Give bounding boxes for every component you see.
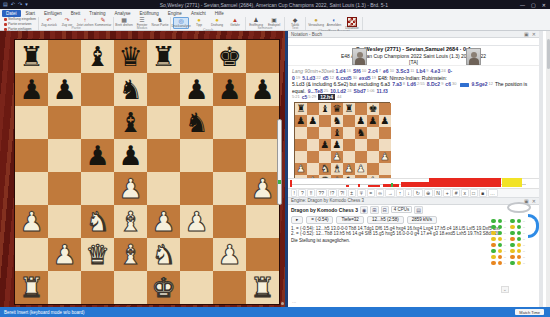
black-pawn-piece[interactable]: ♟ bbox=[52, 73, 76, 106]
black-rook-piece[interactable]: ♜ bbox=[151, 40, 175, 73]
move[interactable]: 7.a3 bbox=[392, 81, 402, 87]
notation-line: 5.Ld3 (& including 6.Se2) but excluding … bbox=[292, 81, 535, 94]
annotation-symbol-button[interactable]: !? bbox=[328, 189, 337, 197]
square-h7[interactable]: ♟ bbox=[246, 73, 279, 106]
ribbon-item[interactable]: Stellung eingeben bbox=[4, 17, 36, 21]
black-bishop-piece[interactable]: ♝ bbox=[321, 103, 330, 115]
square-b2[interactable]: ♟ bbox=[48, 238, 81, 271]
black-knight-piece[interactable]: ♞ bbox=[333, 115, 342, 127]
square-g7[interactable]: ♟ bbox=[367, 115, 379, 127]
white-pawn-piece[interactable]: ♟ bbox=[357, 163, 366, 175]
square-a2[interactable] bbox=[15, 238, 48, 271]
square-e7[interactable] bbox=[147, 73, 180, 106]
square-e5[interactable] bbox=[147, 139, 180, 172]
black-knight-piece[interactable]: ♞ bbox=[357, 127, 366, 139]
annotation-symbol-button[interactable]: ⊕ bbox=[424, 189, 433, 197]
close-icon[interactable]: ✕ bbox=[542, 2, 546, 8]
white-pawn-piece[interactable]: ♟ bbox=[151, 205, 175, 238]
ribbon-button[interactable]: ●Verwaltung bbox=[308, 17, 324, 27]
white-bishop-piece[interactable]: ♝ bbox=[118, 205, 142, 238]
square-e2[interactable]: ♞ bbox=[147, 238, 180, 271]
move[interactable]: c6 bbox=[445, 81, 451, 87]
candidate-row: –– bbox=[491, 237, 525, 242]
black-rook-piece[interactable]: ♜ bbox=[19, 40, 43, 73]
ribbon-tab-datei[interactable]: Datei bbox=[2, 10, 21, 17]
ribbon-button[interactable]: ▦Brett drehen bbox=[116, 17, 132, 27]
engine-button[interactable]: Tiefe=32 bbox=[336, 216, 363, 224]
move[interactable]: exd5 bbox=[359, 75, 370, 81]
square-d6[interactable]: ♝ bbox=[114, 106, 147, 139]
annotation-symbol-button[interactable]: ↓ bbox=[405, 189, 413, 197]
black-king-piece[interactable]: ♚ bbox=[217, 40, 241, 73]
notation-body[interactable]: Lang 90min+30sek1.d416Sf6102.c47e6103.Sc… bbox=[288, 66, 539, 178]
white-knight-piece[interactable]: ♞ bbox=[85, 205, 109, 238]
square-e4[interactable] bbox=[343, 151, 355, 163]
annotation-symbol-button[interactable]: ■ bbox=[479, 189, 487, 197]
ribbon-button[interactable]: ●Tipp bbox=[191, 17, 207, 27]
white-rook-piece[interactable]: ♜ bbox=[250, 271, 274, 304]
engine-line-2[interactable]: 2. = (-0.52): 12...Tb8 13.h5 h6 14.g4 Sf… bbox=[291, 231, 500, 237]
black-pawn-piece[interactable]: ♟ bbox=[357, 115, 366, 127]
square-c4[interactable] bbox=[319, 151, 331, 163]
ribbon-group: ♟Eröffnung▣EndspielSeminare bbox=[246, 17, 285, 30]
annotation-symbol-button[interactable]: ?! bbox=[338, 189, 347, 197]
white-queen-piece[interactable]: ♛ bbox=[85, 238, 109, 271]
annotation-symbol-button[interactable]: = bbox=[367, 189, 375, 197]
ribbon-item-icon bbox=[4, 18, 7, 21]
engine-close-icon[interactable]: ✕ bbox=[532, 198, 536, 204]
move[interactable]: Ld6 bbox=[407, 81, 416, 87]
move[interactable]: Lb4 bbox=[416, 68, 425, 74]
move[interactable]: 1.d4 bbox=[335, 68, 345, 74]
square-h8[interactable] bbox=[379, 103, 391, 115]
square-d6[interactable]: ♝ bbox=[331, 127, 343, 139]
square-d3[interactable]: ♝ bbox=[114, 205, 147, 238]
white-pawn-piece[interactable]: ♟ bbox=[19, 205, 43, 238]
square-f5[interactable] bbox=[355, 139, 367, 151]
engine-button[interactable]: = (-0.54) bbox=[306, 216, 333, 224]
black-knight-piece[interactable]: ♞ bbox=[118, 73, 142, 106]
square-c1[interactable] bbox=[81, 271, 114, 304]
square-a5[interactable] bbox=[295, 139, 307, 151]
black-bishop-piece[interactable]: ♝ bbox=[85, 40, 109, 73]
chess-board[interactable]: ♜♝♛♜♚♟♟♞♟♟♟♝♞♟♟♟♟♟♞♝♟♟♟♛♝♞♟♜♚♜ bbox=[14, 39, 280, 305]
panel-menu-icon[interactable]: ▣ bbox=[524, 31, 529, 37]
square-d4[interactable]: ♟ bbox=[331, 151, 343, 163]
engine-comment: Die Stellung ist ausgeglichen. bbox=[291, 238, 500, 244]
square-d3[interactable]: ♝ bbox=[331, 163, 343, 175]
square-b8[interactable] bbox=[48, 40, 81, 73]
square-b6[interactable] bbox=[307, 127, 319, 139]
annotation-symbol-button[interactable]: + bbox=[443, 189, 451, 197]
square-d1[interactable] bbox=[114, 271, 147, 304]
square-f7[interactable]: ♟ bbox=[355, 115, 367, 127]
square-e5[interactable] bbox=[343, 139, 355, 151]
resize-handle[interactable] bbox=[281, 302, 284, 305]
square-d4[interactable]: ♟ bbox=[114, 172, 147, 205]
square-h5[interactable] bbox=[246, 139, 279, 172]
annotation-symbol-button[interactable]: ↻ bbox=[413, 189, 422, 197]
square-h3[interactable] bbox=[246, 205, 279, 238]
window-title: So,Wesley (2771) - Sevian,Samuel (2684),… bbox=[28, 2, 520, 8]
square-c2[interactable]: ♛ bbox=[81, 238, 114, 271]
ribbon-tab-engine[interactable]: Engine bbox=[164, 10, 186, 17]
square-a7[interactable]: ♟ bbox=[295, 115, 307, 127]
lock-icon[interactable]: ▤ bbox=[414, 206, 423, 214]
square-g2[interactable]: ♟ bbox=[213, 238, 246, 271]
white-bishop-piece[interactable]: ♝ bbox=[118, 238, 142, 271]
eval-dot bbox=[510, 249, 515, 254]
eval-dot bbox=[517, 243, 522, 248]
annotation-symbol-button[interactable]: ↑ bbox=[396, 189, 404, 197]
move[interactable]: d5 bbox=[323, 75, 329, 81]
square-a7[interactable]: ♟ bbox=[15, 73, 48, 106]
black-pawn-piece[interactable]: ♟ bbox=[19, 73, 43, 106]
square-b4[interactable] bbox=[307, 151, 319, 163]
move[interactable]: 9.Sge2 bbox=[471, 81, 487, 87]
black-pawn-piece[interactable]: ♟ bbox=[369, 115, 378, 127]
ribbon-button[interactable]: ▲Gefahr bbox=[227, 17, 243, 27]
annotation-symbol-button[interactable]: ± bbox=[348, 189, 356, 197]
square-a5[interactable] bbox=[15, 139, 48, 172]
square-f7[interactable]: ♟ bbox=[180, 73, 213, 106]
black-pawn-piece[interactable]: ♟ bbox=[184, 73, 208, 106]
white-knight-piece[interactable]: ♞ bbox=[151, 238, 175, 271]
square-f5[interactable] bbox=[180, 139, 213, 172]
square-c6[interactable] bbox=[81, 106, 114, 139]
square-b6[interactable] bbox=[48, 106, 81, 139]
square-g3[interactable] bbox=[213, 205, 246, 238]
square-b8[interactable] bbox=[307, 103, 319, 115]
square-d5[interactable]: ♟ bbox=[331, 139, 343, 151]
move[interactable]: 8.Dc2 bbox=[427, 81, 440, 87]
square-d8[interactable]: ♛ bbox=[331, 103, 343, 115]
ribbon-tab-start[interactable]: Start bbox=[22, 10, 40, 17]
zoom-in-icon[interactable]: ⊞ bbox=[370, 206, 378, 214]
ribbon-tab-eröffnung[interactable]: Eröffnung bbox=[135, 10, 162, 17]
white-bishop-piece[interactable]: ♝ bbox=[333, 163, 342, 175]
quick-access-icon[interactable]: ↶ bbox=[11, 0, 15, 9]
white-pawn-piece[interactable]: ♟ bbox=[381, 151, 390, 163]
square-b4[interactable] bbox=[48, 172, 81, 205]
square-c3[interactable]: ♞ bbox=[319, 163, 331, 175]
move[interactable]: c5 bbox=[302, 94, 308, 100]
annotation-symbol-button[interactable]: # bbox=[452, 189, 460, 197]
ribbon-tab-analyse[interactable]: Analyse bbox=[110, 10, 134, 17]
square-h2[interactable] bbox=[246, 238, 279, 271]
square-c7[interactable] bbox=[319, 115, 331, 127]
engine-button[interactable]: ▸ bbox=[291, 216, 303, 224]
black-knight-piece[interactable]: ♞ bbox=[184, 106, 208, 139]
square-b3[interactable] bbox=[48, 205, 81, 238]
move[interactable]: Sbd7 bbox=[354, 88, 366, 94]
square-a1[interactable]: ♜ bbox=[15, 271, 48, 304]
black-rook-piece[interactable]: ♜ bbox=[345, 103, 354, 115]
eval-dot bbox=[498, 261, 503, 266]
square-f3[interactable]: ♟ bbox=[180, 205, 213, 238]
move-time: 24 bbox=[441, 68, 445, 73]
candidate-row: –– bbox=[491, 255, 525, 260]
square-a3[interactable]: ♟ bbox=[15, 205, 48, 238]
black-rook-piece[interactable]: ♜ bbox=[297, 103, 306, 115]
engine-name: Dragon by Komodo Chess 3 bbox=[291, 207, 358, 213]
square-h6[interactable] bbox=[379, 127, 391, 139]
square-f8[interactable] bbox=[180, 40, 213, 73]
white-king-piece[interactable]: ♚ bbox=[151, 271, 175, 304]
eval-dot bbox=[517, 249, 522, 254]
square-f4[interactable] bbox=[180, 172, 213, 205]
eval-dot bbox=[498, 255, 503, 260]
ribbon-tab-einfügen[interactable]: Einfügen bbox=[40, 10, 66, 17]
eval-bar-segment bbox=[290, 180, 292, 187]
white-pawn-piece[interactable]: ♟ bbox=[333, 151, 342, 163]
black-pawn-piece[interactable]: ♟ bbox=[309, 115, 318, 127]
square-d7[interactable]: ♞ bbox=[114, 73, 147, 106]
scrollbar-thumb[interactable] bbox=[547, 39, 550, 69]
square-e3[interactable]: ♟ bbox=[147, 205, 180, 238]
annotation-symbol-button[interactable]: → bbox=[385, 189, 395, 197]
black-pawn-piece[interactable]: ♟ bbox=[297, 115, 306, 127]
square-h8[interactable] bbox=[246, 40, 279, 73]
minimize-icon[interactable]: — bbox=[520, 2, 525, 8]
application-window: ▤↶↷▾ So,Wesley (2771) - Sevian,Samuel (2… bbox=[0, 0, 550, 317]
engine-more: ... bbox=[292, 298, 296, 304]
annotation-symbol-button[interactable]: ∓ bbox=[357, 189, 366, 197]
move[interactable]: Sf6 bbox=[353, 68, 361, 74]
move-time: 9 bbox=[441, 81, 443, 86]
square-d8[interactable]: ♛ bbox=[114, 40, 147, 73]
square-c8[interactable]: ♝ bbox=[81, 40, 114, 73]
square-e8[interactable]: ♜ bbox=[343, 103, 355, 115]
square-h7[interactable]: ♟ bbox=[379, 115, 391, 127]
eval-dot bbox=[491, 219, 496, 224]
square-d7[interactable]: ♞ bbox=[331, 115, 343, 127]
square-c3[interactable]: ♞ bbox=[81, 205, 114, 238]
square-g8[interactable]: ♚ bbox=[367, 103, 379, 115]
square-e6[interactable] bbox=[147, 106, 180, 139]
ribbon-tab-hilfe[interactable]: Hilfe bbox=[211, 10, 228, 17]
annotation-symbol-button[interactable]: ?? bbox=[316, 189, 327, 197]
annotation-symbol-button[interactable]: N bbox=[434, 189, 443, 197]
square-g6[interactable] bbox=[213, 106, 246, 139]
square-e8[interactable]: ♜ bbox=[147, 40, 180, 73]
move-time: 11 bbox=[410, 68, 414, 73]
square-g4[interactable] bbox=[213, 172, 246, 205]
square-g1[interactable] bbox=[213, 271, 246, 304]
vertical-scrollbar[interactable] bbox=[546, 31, 550, 307]
engine-settings-icon[interactable]: ◉ bbox=[360, 206, 368, 214]
ribbon-button[interactable]: ●Drohung bbox=[209, 17, 225, 27]
square-g4[interactable] bbox=[367, 151, 379, 163]
square-c7[interactable] bbox=[81, 73, 114, 106]
annotation-symbol-button[interactable]: □ bbox=[470, 189, 478, 197]
square-h4[interactable]: ♟ bbox=[246, 172, 279, 205]
square-c4[interactable] bbox=[81, 172, 114, 205]
eval-dot bbox=[510, 225, 515, 230]
square-f4[interactable] bbox=[355, 151, 367, 163]
white-pawn-piece[interactable]: ♟ bbox=[250, 172, 274, 205]
move[interactable]: 4.e3 bbox=[430, 68, 440, 74]
square-c5[interactable]: ♟ bbox=[319, 139, 331, 151]
ribbon-item[interactable]: Partie ersetzen bbox=[4, 22, 36, 26]
annotation-symbol-button[interactable]: ! bbox=[291, 189, 297, 197]
ribbon-tab-ansicht[interactable]: Ansicht bbox=[187, 10, 210, 17]
ribbon-button[interactable]: ◎Druckanalyse bbox=[173, 17, 189, 29]
white-pawn-piece[interactable]: ♟ bbox=[52, 238, 76, 271]
white-knight-piece[interactable]: ♞ bbox=[321, 163, 330, 175]
engine-gauge bbox=[507, 202, 531, 213]
square-h6[interactable] bbox=[246, 106, 279, 139]
move-time: 10 bbox=[362, 68, 366, 73]
eval-dot bbox=[491, 231, 496, 236]
square-g3[interactable] bbox=[367, 163, 379, 175]
square-e7[interactable] bbox=[343, 115, 355, 127]
eval-dot bbox=[491, 225, 496, 230]
eval-dot bbox=[498, 237, 503, 242]
annotator-line: [TA] bbox=[288, 59, 539, 65]
square-b5[interactable] bbox=[48, 139, 81, 172]
quick-access-icon[interactable]: ↷ bbox=[18, 0, 22, 9]
scroll-down-icon[interactable]: ⌄ bbox=[501, 286, 509, 293]
square-h5[interactable] bbox=[379, 139, 391, 151]
square-b3[interactable] bbox=[307, 163, 319, 175]
black-pawn-piece[interactable]: ♟ bbox=[381, 115, 390, 127]
annotation-symbol-button[interactable]: !! bbox=[307, 189, 315, 197]
square-b5[interactable] bbox=[307, 139, 319, 151]
move[interactable]: 9...Te8 bbox=[308, 88, 323, 94]
square-d2[interactable]: ♝ bbox=[114, 238, 147, 271]
move[interactable]: e6 bbox=[383, 68, 389, 74]
move-time: 10 bbox=[390, 68, 394, 73]
eval-bar-segment bbox=[358, 184, 360, 187]
square-c6[interactable] bbox=[319, 127, 331, 139]
square-f3[interactable]: ♟ bbox=[355, 163, 367, 175]
move[interactable]: 6.cxd5 bbox=[336, 75, 352, 81]
square-e4[interactable] bbox=[147, 172, 180, 205]
move-time: 5:29 bbox=[308, 94, 316, 99]
notation-line: Lang 90min+30sek1.d416Sf6102.c47e6103.Sc… bbox=[292, 68, 535, 81]
white-pawn-piece[interactable]: ♟ bbox=[345, 163, 354, 175]
current-move[interactable]: 12.h4 bbox=[318, 94, 335, 100]
square-a4[interactable] bbox=[15, 172, 48, 205]
black-bishop-piece[interactable]: ♝ bbox=[118, 106, 142, 139]
square-h3[interactable] bbox=[379, 163, 391, 175]
move-time: 9 bbox=[426, 68, 428, 73]
ribbon-button[interactable]: ◐Anmelden bbox=[326, 17, 342, 27]
players-line: So,Wesley (2771) - Sevian,Samuel 2684 · … bbox=[288, 46, 539, 53]
eval-chip-blue bbox=[460, 83, 469, 87]
panel-close-icon[interactable]: ✕ bbox=[532, 31, 536, 37]
maximize-icon[interactable]: ▢ bbox=[531, 2, 536, 8]
white-pawn-piece[interactable]: ♟ bbox=[184, 205, 208, 238]
move-time: 24 bbox=[347, 88, 351, 93]
white-pawn-piece[interactable]: ♟ bbox=[297, 163, 306, 175]
square-g6[interactable] bbox=[367, 127, 379, 139]
black-queen-piece[interactable]: ♛ bbox=[118, 40, 142, 73]
annotation-symbol-button[interactable]: x bbox=[461, 189, 469, 197]
ribbon-item-icon bbox=[4, 23, 7, 26]
move[interactable]: 10.Ld2 bbox=[330, 88, 346, 94]
square-b7[interactable]: ♟ bbox=[307, 115, 319, 127]
ribbon-button[interactable]: ↶Zug zurück bbox=[41, 17, 57, 27]
ribbon-tab-training[interactable]: Training bbox=[85, 10, 109, 17]
square-a8[interactable]: ♜ bbox=[15, 40, 48, 73]
square-f6[interactable]: ♞ bbox=[180, 106, 213, 139]
black-pawn-piece[interactable]: ♟ bbox=[321, 139, 330, 151]
quick-access-icon[interactable]: ▤ bbox=[3, 0, 8, 9]
move[interactable]: 3.Sc3 bbox=[396, 68, 409, 74]
square-h1[interactable]: ♜ bbox=[246, 271, 279, 304]
eval-dot bbox=[517, 261, 522, 266]
black-pawn-piece[interactable]: ♟ bbox=[85, 139, 109, 172]
move[interactable]: 2.c4 bbox=[368, 68, 378, 74]
square-a6[interactable] bbox=[295, 127, 307, 139]
quick-access-toolbar[interactable]: ▤↶↷▾ bbox=[3, 0, 28, 9]
square-e3[interactable]: ♟ bbox=[343, 163, 355, 175]
square-c5[interactable]: ♟ bbox=[81, 139, 114, 172]
eval-bar-segment bbox=[391, 183, 393, 187]
square-f6[interactable]: ♞ bbox=[355, 127, 367, 139]
square-b1[interactable] bbox=[48, 271, 81, 304]
black-queen-piece[interactable]: ♛ bbox=[333, 103, 342, 115]
white-pawn-piece[interactable]: ♟ bbox=[217, 238, 241, 271]
evaluation-profile[interactable] bbox=[288, 178, 539, 189]
black-pawn-piece[interactable]: ♟ bbox=[250, 73, 274, 106]
annotation-symbol-button[interactable]: … bbox=[488, 189, 498, 197]
square-g5[interactable] bbox=[213, 139, 246, 172]
zoom-out-icon[interactable]: ⊟ bbox=[381, 206, 389, 214]
engine-variations[interactable]: 1. = (-0.54): 12...h5 13.0-0-0 Tb8 14.Td… bbox=[288, 225, 500, 244]
cpu-selector[interactable]: 4 CPUs bbox=[391, 206, 413, 213]
engine-button[interactable]: 2859 kN/s bbox=[407, 216, 437, 224]
square-g5[interactable] bbox=[367, 139, 379, 151]
square-f2[interactable] bbox=[180, 238, 213, 271]
game-header: So,Wesley (2771) - Sevian,Samuel 2684 · … bbox=[288, 46, 539, 66]
move[interactable]: 5.Ld3 bbox=[302, 75, 315, 81]
candidate-row: –– bbox=[491, 231, 525, 236]
black-pawn-piece[interactable]: ♟ bbox=[333, 139, 342, 151]
annotation-symbol-button[interactable]: ? bbox=[298, 189, 306, 197]
engine-caption-bar: Engine: Dragon by Komodo Chess 3 ▣ ✕ bbox=[288, 198, 539, 205]
square-d5[interactable]: ♟ bbox=[114, 139, 147, 172]
square-e1[interactable]: ♚ bbox=[147, 271, 180, 304]
black-bishop-piece[interactable]: ♝ bbox=[333, 127, 342, 139]
ribbon-tab-brett[interactable]: Brett bbox=[67, 10, 85, 17]
square-c8[interactable]: ♝ bbox=[319, 103, 331, 115]
white-rook-piece[interactable]: ♜ bbox=[19, 271, 43, 304]
square-g8[interactable]: ♚ bbox=[213, 40, 246, 73]
ribbon-button[interactable]: ✎Kommentar bbox=[95, 17, 111, 27]
engine-button[interactable]: 12...h5 (2:58) bbox=[367, 216, 404, 224]
black-king-piece[interactable]: ♚ bbox=[369, 103, 378, 115]
square-b7[interactable]: ♟ bbox=[48, 73, 81, 106]
square-e6[interactable] bbox=[343, 127, 355, 139]
square-g7[interactable]: ♟ bbox=[213, 73, 246, 106]
square-a4[interactable] bbox=[295, 151, 307, 163]
ribbon-button[interactable]: ♞Neue Partie bbox=[152, 17, 168, 27]
black-pawn-piece[interactable]: ♟ bbox=[118, 139, 142, 172]
move[interactable]: 11.f3 bbox=[377, 88, 388, 94]
annotation-symbol-button[interactable]: ∞ bbox=[376, 189, 385, 197]
white-pawn-piece[interactable]: ♟ bbox=[118, 172, 142, 205]
square-a3[interactable]: ♟ bbox=[295, 163, 307, 175]
square-h4[interactable]: ♟ bbox=[379, 151, 391, 163]
square-f1[interactable] bbox=[180, 271, 213, 304]
square-a6[interactable] bbox=[15, 106, 48, 139]
black-pawn-piece[interactable]: ♟ bbox=[217, 73, 241, 106]
square-f8[interactable] bbox=[355, 103, 367, 115]
square-a8[interactable]: ♜ bbox=[295, 103, 307, 115]
